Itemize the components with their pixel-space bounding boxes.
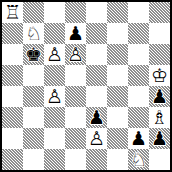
square-g8[interactable] xyxy=(128,2,149,23)
square-g5[interactable] xyxy=(128,65,149,86)
piece-white-pawn: ♟♙ xyxy=(44,44,65,65)
square-e4[interactable] xyxy=(86,86,107,107)
square-h6[interactable] xyxy=(149,44,170,65)
piece-white-knight: ♞♘ xyxy=(128,149,149,170)
square-a6[interactable] xyxy=(2,44,23,65)
square-g2[interactable]: ♟♟ xyxy=(128,128,149,149)
square-g7[interactable] xyxy=(128,23,149,44)
square-h1[interactable] xyxy=(149,149,170,170)
square-h4[interactable]: ♟♟ xyxy=(149,86,170,107)
square-e3[interactable]: ♟♟ xyxy=(86,107,107,128)
square-f7[interactable] xyxy=(107,23,128,44)
square-c4[interactable]: ♟♙ xyxy=(44,86,65,107)
square-a1[interactable] xyxy=(2,149,23,170)
square-f1[interactable] xyxy=(107,149,128,170)
square-g1[interactable]: ♞♘ xyxy=(128,149,149,170)
piece-black-pawn: ♟♟ xyxy=(149,128,170,149)
piece-glyph: ♟ xyxy=(149,128,170,149)
square-e1[interactable] xyxy=(86,149,107,170)
piece-black-pawn: ♟♟ xyxy=(128,128,149,149)
square-h5[interactable]: ♚♔ xyxy=(149,65,170,86)
piece-black-king: ♚♚ xyxy=(23,44,44,65)
square-c7[interactable] xyxy=(44,23,65,44)
piece-glyph: ♖ xyxy=(2,2,23,23)
square-b6[interactable]: ♚♚ xyxy=(23,44,44,65)
chess-board: ♜♖♞♘♟♟♚♚♟♙♟♙♚♔♟♙♟♟♟♟♝♗♟♙♟♟♟♟♞♘ xyxy=(0,0,172,172)
piece-white-pawn: ♟♙ xyxy=(44,86,65,107)
square-e2[interactable]: ♟♙ xyxy=(86,128,107,149)
square-d5[interactable] xyxy=(65,65,86,86)
square-c6[interactable]: ♟♙ xyxy=(44,44,65,65)
square-a2[interactable] xyxy=(2,128,23,149)
piece-white-pawn: ♟♙ xyxy=(86,128,107,149)
square-d4[interactable] xyxy=(65,86,86,107)
square-g4[interactable] xyxy=(128,86,149,107)
piece-glyph: ♘ xyxy=(23,23,44,44)
square-b8[interactable] xyxy=(23,2,44,23)
piece-glyph: ♗ xyxy=(149,107,170,128)
square-c2[interactable] xyxy=(44,128,65,149)
square-g6[interactable] xyxy=(128,44,149,65)
square-f6[interactable] xyxy=(107,44,128,65)
square-b4[interactable] xyxy=(23,86,44,107)
square-h3[interactable]: ♝♗ xyxy=(149,107,170,128)
square-c3[interactable] xyxy=(44,107,65,128)
piece-black-pawn: ♟♟ xyxy=(65,23,86,44)
piece-glyph: ♙ xyxy=(44,86,65,107)
piece-glyph: ♙ xyxy=(65,44,86,65)
square-c5[interactable] xyxy=(44,65,65,86)
piece-black-pawn: ♟♟ xyxy=(86,107,107,128)
square-d8[interactable] xyxy=(65,2,86,23)
square-c8[interactable] xyxy=(44,2,65,23)
square-d6[interactable]: ♟♙ xyxy=(65,44,86,65)
square-e8[interactable] xyxy=(86,2,107,23)
square-a4[interactable] xyxy=(2,86,23,107)
square-b3[interactable] xyxy=(23,107,44,128)
piece-white-king: ♚♔ xyxy=(149,65,170,86)
square-b5[interactable] xyxy=(23,65,44,86)
square-f2[interactable] xyxy=(107,128,128,149)
square-a7[interactable] xyxy=(2,23,23,44)
piece-glyph: ♔ xyxy=(149,65,170,86)
square-f5[interactable] xyxy=(107,65,128,86)
square-a3[interactable] xyxy=(2,107,23,128)
piece-black-pawn: ♟♟ xyxy=(149,86,170,107)
square-b2[interactable] xyxy=(23,128,44,149)
square-g3[interactable] xyxy=(128,107,149,128)
square-e7[interactable] xyxy=(86,23,107,44)
square-d2[interactable] xyxy=(65,128,86,149)
piece-glyph: ♟ xyxy=(128,128,149,149)
piece-glyph: ♘ xyxy=(128,149,149,170)
piece-glyph: ♟ xyxy=(149,86,170,107)
piece-white-bishop: ♝♗ xyxy=(149,107,170,128)
piece-glyph: ♟ xyxy=(65,23,86,44)
piece-white-rook: ♜♖ xyxy=(2,2,23,23)
square-f4[interactable] xyxy=(107,86,128,107)
piece-glyph: ♙ xyxy=(44,44,65,65)
piece-glyph: ♟ xyxy=(86,107,107,128)
square-f3[interactable] xyxy=(107,107,128,128)
piece-glyph: ♚ xyxy=(23,44,44,65)
piece-white-pawn: ♟♙ xyxy=(65,44,86,65)
square-e5[interactable] xyxy=(86,65,107,86)
square-a5[interactable] xyxy=(2,65,23,86)
square-a8[interactable]: ♜♖ xyxy=(2,2,23,23)
square-h7[interactable] xyxy=(149,23,170,44)
piece-glyph: ♙ xyxy=(86,128,107,149)
square-b1[interactable] xyxy=(23,149,44,170)
square-e6[interactable] xyxy=(86,44,107,65)
square-f8[interactable] xyxy=(107,2,128,23)
square-d3[interactable] xyxy=(65,107,86,128)
square-h2[interactable]: ♟♟ xyxy=(149,128,170,149)
square-d7[interactable]: ♟♟ xyxy=(65,23,86,44)
piece-white-knight: ♞♘ xyxy=(23,23,44,44)
square-h8[interactable] xyxy=(149,2,170,23)
square-c1[interactable] xyxy=(44,149,65,170)
square-d1[interactable] xyxy=(65,149,86,170)
square-b7[interactable]: ♞♘ xyxy=(23,23,44,44)
